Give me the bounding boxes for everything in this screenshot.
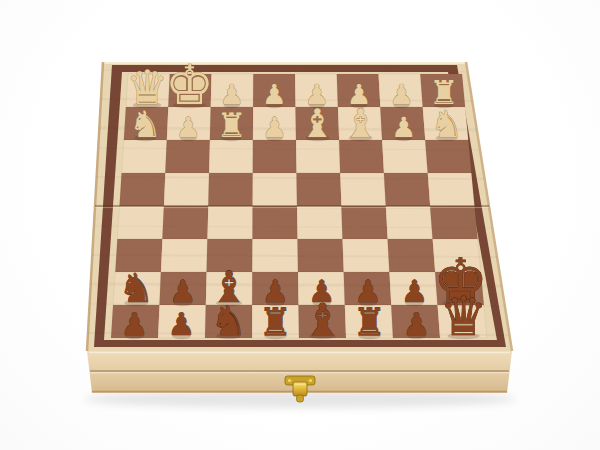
square-d6[interactable]	[253, 140, 297, 173]
square-a4[interactable]	[117, 206, 163, 239]
square-g6[interactable]	[382, 140, 428, 173]
square-h4[interactable]	[430, 206, 478, 239]
piece-wB-e7[interactable]: ♝	[300, 100, 335, 146]
square-c4[interactable]	[207, 206, 252, 239]
piece-bQ-h1[interactable]: ♛	[439, 285, 487, 348]
piece-bP-b2[interactable]: ♟	[169, 274, 196, 309]
square-b4[interactable]	[162, 206, 208, 239]
square-b6[interactable]	[165, 140, 210, 173]
piece-bP-g2[interactable]: ♟	[401, 274, 428, 309]
piece-wP-d7[interactable]: ♟	[262, 111, 287, 144]
piece-wK-b8[interactable]: ♚	[165, 53, 214, 117]
piece-wP-g8[interactable]: ♟	[389, 79, 414, 110]
square-e4[interactable]	[297, 206, 343, 239]
piece-bP-g1[interactable]: ♟	[403, 306, 431, 342]
fold-hinge-seam	[95, 206, 489, 208]
square-d4[interactable]	[253, 206, 298, 239]
chess-board: ♛♚♟♟♟♟♟♜♞♟♜♟♝♝♟♞♞♟♝♟♟♟♟♚♟♟♞♜♝♜♟♛	[0, 0, 600, 450]
piece-bN-a2[interactable]: ♞	[118, 265, 154, 311]
piece-wP-g7[interactable]: ♟	[391, 111, 416, 144]
piece-bN-c1[interactable]: ♞	[210, 297, 247, 345]
piece-bP-a1[interactable]: ♟	[121, 306, 149, 342]
piece-bB-e1[interactable]: ♝	[303, 294, 342, 345]
chess-set-photo: ♛♚♟♟♟♟♟♜♞♟♜♟♝♝♟♞♞♟♝♟♟♟♟♚♟♟♞♜♝♜♟♛	[0, 0, 600, 450]
piece-wB-f7[interactable]: ♝	[343, 100, 378, 146]
piece-bR-f1[interactable]: ♜	[353, 300, 387, 344]
piece-wP-d8[interactable]: ♟	[262, 79, 287, 110]
piece-wN-a7[interactable]: ♞	[129, 103, 162, 146]
piece-wR-c7[interactable]: ♜	[216, 106, 246, 145]
piece-bP-b1[interactable]: ♟	[168, 306, 196, 342]
piece-wP-b7[interactable]: ♟	[176, 111, 201, 144]
piece-wN-h7[interactable]: ♞	[430, 103, 463, 146]
square-f4[interactable]	[341, 206, 387, 239]
piece-bR-d1[interactable]: ♜	[259, 300, 293, 344]
square-g4[interactable]	[386, 206, 433, 239]
